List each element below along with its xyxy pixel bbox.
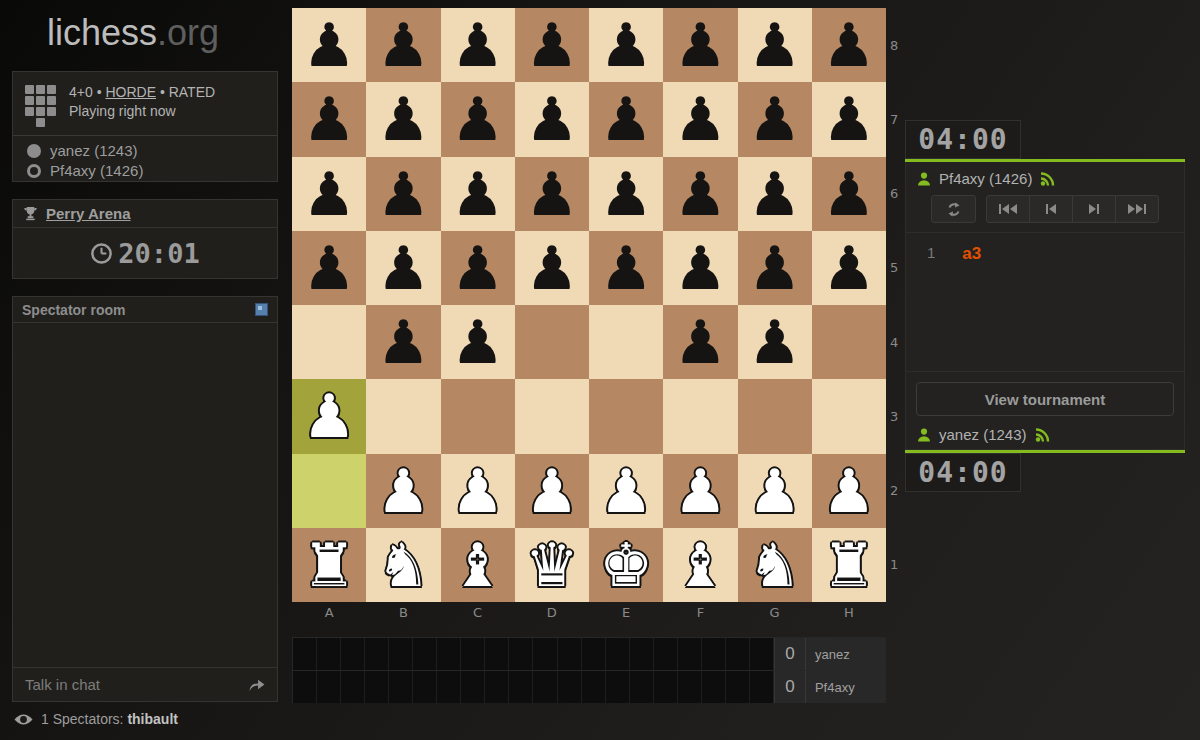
logo-main: lichess (47, 12, 157, 53)
previous-move-button[interactable] (1029, 195, 1073, 223)
piece-black-pawn[interactable]: ♟ (738, 82, 812, 156)
square-e4[interactable] (589, 305, 663, 379)
capture-cell (461, 671, 485, 703)
piece-black-pawn[interactable]: ♟ (738, 231, 812, 305)
game-side-panel: Pf4axy (1426) 1 a3 View tournament (905, 162, 1185, 450)
game-meta-line: 4+0 • HORDE • RATED (69, 83, 215, 102)
divider (13, 135, 277, 136)
white-player-label: yanez (1243) (50, 142, 138, 159)
capture-cell (702, 638, 726, 670)
piece-white-pawn[interactable]: ♟ (812, 454, 886, 528)
tournament-box: Perry Arena 20:01 (12, 199, 278, 279)
trophy-icon (23, 206, 38, 221)
spectator-name[interactable]: thibault (127, 711, 178, 727)
black-player-disc-icon (27, 164, 41, 178)
lichess-logo[interactable]: lichess.org (47, 12, 219, 54)
piece-white-rook[interactable]: ♜ (812, 528, 886, 602)
capture-cell (654, 671, 678, 703)
square-g8[interactable]: ♟ (738, 8, 812, 82)
send-icon[interactable] (247, 676, 267, 693)
rank-label-4: 4 (890, 305, 906, 379)
capture-cell (678, 671, 702, 703)
variant-link[interactable]: HORDE (105, 84, 156, 100)
square-d6[interactable]: ♟ (515, 157, 589, 231)
square-g5[interactable]: ♟ (738, 231, 812, 305)
square-a8[interactable]: ♟ (292, 8, 366, 82)
rated-label: RATED (169, 84, 215, 100)
piece-black-pawn[interactable]: ♟ (441, 8, 515, 82)
chat-input[interactable] (23, 675, 241, 694)
capture-cell (389, 671, 413, 703)
rank-label-1: 1 (890, 528, 906, 602)
piece-black-pawn[interactable]: ♟ (589, 231, 663, 305)
move-list[interactable]: 1 a3 (906, 232, 1184, 371)
square-e6[interactable]: ♟ (589, 157, 663, 231)
capture-cell (293, 638, 317, 670)
piece-white-knight[interactable]: ♞ (738, 528, 812, 602)
piece-black-pawn[interactable]: ♟ (292, 231, 366, 305)
capture-cell (341, 638, 365, 670)
logo-suffix: .org (157, 12, 219, 53)
piece-white-rook[interactable]: ♜ (292, 528, 366, 602)
piece-black-pawn[interactable]: ♟ (663, 8, 737, 82)
piece-black-pawn[interactable]: ♟ (663, 305, 737, 379)
black-player-row[interactable]: Pf4axy (1426) (27, 162, 277, 179)
square-c1[interactable]: ♝ (441, 528, 515, 602)
capture-cell (293, 671, 317, 703)
square-b5[interactable]: ♟ (366, 231, 440, 305)
piece-white-pawn[interactable]: ♟ (738, 454, 812, 528)
next-move-button[interactable] (1072, 195, 1116, 223)
first-move-button[interactable] (986, 195, 1030, 223)
square-c7[interactable]: ♟ (441, 82, 515, 156)
capture-cell (389, 638, 413, 670)
first-move-icon (999, 204, 1017, 214)
tray-row-Pf4axy: 0Pf4axy (293, 670, 885, 703)
square-f2[interactable]: ♟ (663, 454, 737, 528)
black-player-label: Pf4axy (1426) (50, 162, 143, 179)
file-label-g: G (738, 602, 812, 622)
piece-black-pawn[interactable]: ♟ (366, 305, 440, 379)
piece-black-pawn[interactable]: ♟ (812, 231, 886, 305)
broadcast-icon[interactable] (1035, 428, 1050, 442)
rank-label-2: 2 (890, 454, 906, 528)
tray-row-yanez: 0yanez (293, 638, 885, 670)
capture-cell (630, 638, 654, 670)
capture-cell (317, 638, 341, 670)
piece-black-pawn[interactable]: ♟ (292, 82, 366, 156)
person-icon (917, 428, 931, 442)
piece-black-pawn[interactable]: ♟ (515, 8, 589, 82)
tournament-link[interactable]: Perry Arena (46, 205, 131, 222)
square-h7[interactable]: ♟ (812, 82, 886, 156)
flip-icon (946, 202, 962, 217)
square-b1[interactable]: ♞ (366, 528, 440, 602)
capture-cell (750, 671, 774, 703)
piece-black-pawn[interactable]: ♟ (515, 82, 589, 156)
file-label-b: B (366, 602, 440, 622)
file-coordinates: ABCDEFGH (292, 602, 886, 622)
square-g1[interactable]: ♞ (738, 528, 812, 602)
square-h3[interactable] (812, 379, 886, 453)
horde-variant-icon (25, 85, 56, 127)
last-move-icon (1128, 204, 1146, 214)
square-f8[interactable]: ♟ (663, 8, 737, 82)
square-b8[interactable]: ♟ (366, 8, 440, 82)
capture-cell (726, 638, 750, 670)
square-f3[interactable] (663, 379, 737, 453)
square-e3[interactable] (589, 379, 663, 453)
square-a6[interactable]: ♟ (292, 157, 366, 231)
square-c3[interactable] (441, 379, 515, 453)
piece-white-king[interactable]: ♚ (589, 528, 663, 602)
square-a3[interactable]: ♟ (292, 379, 366, 453)
capture-player-name: Pf4axy (805, 671, 885, 703)
game-info-box: 4+0 • HORDE • RATED Playing right now ya… (12, 71, 278, 182)
square-c2[interactable]: ♟ (441, 454, 515, 528)
capture-cell (533, 638, 557, 670)
piece-black-pawn[interactable]: ♟ (738, 8, 812, 82)
game-status: Playing right now (69, 102, 215, 121)
rank-label-7: 7 (890, 82, 906, 156)
square-g4[interactable]: ♟ (738, 305, 812, 379)
rank-label-5: 5 (890, 231, 906, 305)
piece-white-pawn[interactable]: ♟ (441, 454, 515, 528)
capture-cell (630, 671, 654, 703)
square-a5[interactable]: ♟ (292, 231, 366, 305)
top-player-name: Pf4axy (1426) (939, 170, 1032, 187)
piece-white-pawn[interactable]: ♟ (589, 454, 663, 528)
capture-cell (485, 671, 509, 703)
broadcast-icon[interactable] (1040, 172, 1055, 186)
capture-cell (365, 638, 389, 670)
piece-black-pawn[interactable]: ♟ (812, 8, 886, 82)
spectators-count: 1 Spectators: (41, 711, 124, 727)
square-g6[interactable]: ♟ (738, 157, 812, 231)
piece-black-pawn[interactable]: ♟ (292, 157, 366, 231)
capture-cell (702, 671, 726, 703)
capture-cell (509, 638, 533, 670)
capture-player-name: yanez (805, 638, 885, 670)
square-e8[interactable]: ♟ (589, 8, 663, 82)
chat-toggle-icon[interactable] (255, 303, 268, 316)
piece-black-pawn[interactable]: ♟ (441, 305, 515, 379)
square-e2[interactable]: ♟ (589, 454, 663, 528)
capture-cell (533, 671, 557, 703)
bottom-clock-time: 04:00 (918, 456, 1007, 489)
spectators-line: 1 Spectators: thibault (14, 711, 178, 727)
clock-icon (90, 242, 113, 265)
capture-cell (461, 638, 485, 670)
square-b2[interactable]: ♟ (366, 454, 440, 528)
chat-messages-area (13, 323, 277, 666)
piece-white-pawn[interactable]: ♟ (515, 454, 589, 528)
piece-black-pawn[interactable]: ♟ (515, 231, 589, 305)
square-d1[interactable]: ♛ (515, 528, 589, 602)
bottom-player-clock: 04:00 (905, 453, 1021, 492)
file-label-f: F (663, 602, 737, 622)
person-icon (917, 172, 931, 186)
square-b7[interactable]: ♟ (366, 82, 440, 156)
square-a1[interactable]: ♜ (292, 528, 366, 602)
square-h4[interactable] (812, 305, 886, 379)
tournament-time-left: 20:01 (118, 238, 199, 269)
piece-black-pawn[interactable]: ♟ (366, 8, 440, 82)
capture-cell (485, 638, 509, 670)
capture-cell (413, 671, 437, 703)
square-d5[interactable]: ♟ (515, 231, 589, 305)
bottom-player-name: yanez (1243) (939, 426, 1027, 443)
piece-black-pawn[interactable]: ♟ (292, 8, 366, 82)
piece-black-pawn[interactable]: ♟ (663, 231, 737, 305)
capture-cell (317, 671, 341, 703)
square-c4[interactable]: ♟ (441, 305, 515, 379)
piece-black-pawn[interactable]: ♟ (589, 157, 663, 231)
piece-black-pawn[interactable]: ♟ (812, 82, 886, 156)
spectator-chat-box: Spectator room (12, 296, 278, 702)
capture-cell (582, 638, 606, 670)
piece-black-pawn[interactable]: ♟ (441, 157, 515, 231)
capture-cell (750, 638, 774, 670)
square-f7[interactable]: ♟ (663, 82, 737, 156)
eye-icon (14, 713, 33, 726)
square-b3[interactable] (366, 379, 440, 453)
next-move-icon (1089, 204, 1099, 214)
square-g7[interactable]: ♟ (738, 82, 812, 156)
square-g3[interactable] (738, 379, 812, 453)
piece-black-pawn[interactable]: ♟ (663, 82, 737, 156)
piece-white-bishop[interactable]: ♝ (441, 528, 515, 602)
square-c8[interactable]: ♟ (441, 8, 515, 82)
piece-black-pawn[interactable]: ♟ (441, 82, 515, 156)
piece-white-pawn[interactable]: ♟ (292, 379, 366, 453)
rank-label-8: 8 (890, 8, 906, 82)
top-clock-time: 04:00 (918, 123, 1007, 156)
rank-label-6: 6 (890, 157, 906, 231)
white-player-disc-icon (27, 144, 41, 158)
square-e7[interactable]: ♟ (589, 82, 663, 156)
square-e1[interactable]: ♚ (589, 528, 663, 602)
rank-coordinates: 87654321 (890, 8, 906, 602)
capture-cell (582, 671, 606, 703)
square-b6[interactable]: ♟ (366, 157, 440, 231)
piece-white-knight[interactable]: ♞ (366, 528, 440, 602)
square-d2[interactable]: ♟ (515, 454, 589, 528)
capture-cell (606, 638, 630, 670)
capture-cell (413, 638, 437, 670)
square-h6[interactable]: ♟ (812, 157, 886, 231)
piece-white-pawn[interactable]: ♟ (663, 454, 737, 528)
square-e5[interactable]: ♟ (589, 231, 663, 305)
chat-title: Spectator room (22, 302, 125, 318)
capture-cell (437, 671, 461, 703)
square-a7[interactable]: ♟ (292, 82, 366, 156)
view-tournament-button[interactable]: View tournament (916, 382, 1174, 416)
move-san[interactable]: a3 (962, 244, 981, 264)
capture-cell (437, 638, 461, 670)
move-number: 1 (927, 244, 935, 261)
capture-score: 0 (774, 671, 805, 703)
square-h8[interactable]: ♟ (812, 8, 886, 82)
square-c5[interactable]: ♟ (441, 231, 515, 305)
piece-black-pawn[interactable]: ♟ (589, 8, 663, 82)
capture-cell (365, 671, 389, 703)
top-player-row[interactable]: Pf4axy (1426) (906, 162, 1184, 192)
square-c6[interactable]: ♟ (441, 157, 515, 231)
rank-label-3: 3 (890, 379, 906, 453)
top-player-clock: 04:00 (905, 120, 1021, 159)
square-f1[interactable]: ♝ (663, 528, 737, 602)
piece-black-pawn[interactable]: ♟ (441, 231, 515, 305)
square-a4[interactable] (292, 305, 366, 379)
square-d8[interactable]: ♟ (515, 8, 589, 82)
chess-board[interactable]: ♟♟♟♟♟♟♟♟♟♟♟♟♟♟♟♟♟♟♟♟♟♟♟♟♟♟♟♟♟♟♟♟♟♟♟♟♟♟♟♟… (292, 8, 886, 602)
previous-move-icon (1046, 204, 1056, 214)
piece-black-pawn[interactable]: ♟ (366, 231, 440, 305)
capture-cell (558, 638, 582, 670)
square-h1[interactable]: ♜ (812, 528, 886, 602)
piece-black-pawn[interactable]: ♟ (812, 157, 886, 231)
file-label-e: E (589, 602, 663, 622)
bottom-player-row[interactable]: yanez (1243) (906, 420, 1184, 449)
piece-white-queen[interactable]: ♛ (515, 528, 589, 602)
file-label-a: A (292, 602, 366, 622)
square-g2[interactable]: ♟ (738, 454, 812, 528)
square-d4[interactable] (515, 305, 589, 379)
file-label-d: D (515, 602, 589, 622)
square-f5[interactable]: ♟ (663, 231, 737, 305)
file-label-h: H (812, 602, 886, 622)
piece-black-pawn[interactable]: ♟ (663, 157, 737, 231)
square-a2[interactable] (292, 454, 366, 528)
square-f6[interactable]: ♟ (663, 157, 737, 231)
piece-black-pawn[interactable]: ♟ (366, 157, 440, 231)
capture-cell (606, 671, 630, 703)
move-nav-group (986, 195, 1159, 223)
square-f4[interactable]: ♟ (663, 305, 737, 379)
square-b4[interactable]: ♟ (366, 305, 440, 379)
piece-white-bishop[interactable]: ♝ (663, 528, 737, 602)
flip-board-button[interactable] (931, 195, 976, 223)
square-h5[interactable]: ♟ (812, 231, 886, 305)
piece-white-pawn[interactable]: ♟ (366, 454, 440, 528)
piece-black-pawn[interactable]: ♟ (738, 305, 812, 379)
last-move-button[interactable] (1115, 195, 1159, 223)
capture-cell (726, 671, 750, 703)
piece-black-pawn[interactable]: ♟ (515, 157, 589, 231)
capture-cell (558, 671, 582, 703)
square-h2[interactable]: ♟ (812, 454, 886, 528)
file-label-c: C (441, 602, 515, 622)
white-player-row[interactable]: yanez (1243) (27, 142, 277, 159)
capture-cell (341, 671, 365, 703)
square-d3[interactable] (515, 379, 589, 453)
captured-pieces-tray: 0yanez0Pf4axy (292, 637, 886, 703)
piece-black-pawn[interactable]: ♟ (738, 157, 812, 231)
piece-black-pawn[interactable]: ♟ (366, 82, 440, 156)
time-control: 4+0 (69, 84, 93, 100)
piece-black-pawn[interactable]: ♟ (589, 82, 663, 156)
capture-score: 0 (774, 638, 805, 670)
capture-cell (678, 638, 702, 670)
capture-cell (509, 671, 533, 703)
square-d7[interactable]: ♟ (515, 82, 589, 156)
capture-cell (654, 638, 678, 670)
